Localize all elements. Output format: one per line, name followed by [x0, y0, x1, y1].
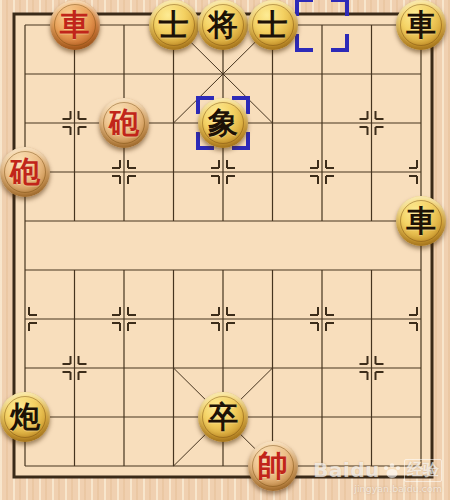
piece-black-elephant-e2[interactable]: 象: [198, 98, 248, 148]
bracket-corner-tr: [331, 0, 349, 16]
piece-red-king-f9[interactable]: 帥: [248, 441, 298, 491]
watermark-suffix: 经验: [404, 459, 442, 482]
baidu-watermark: Baidu 经验 jingyan.baidu.com: [313, 458, 442, 494]
watermark-row: Baidu 经验: [313, 458, 442, 482]
xiangqi-board[interactable]: 車士将士車砲象砲車炮卒帥: [0, 1, 446, 491]
xiangqi-app: 車士将士車砲象砲車炮卒帥 Baidu 经验 jingyan.baidu.com: [0, 0, 450, 500]
piece-black-advisor-d0[interactable]: 士: [149, 0, 199, 50]
bracket-corner-tl: [295, 0, 313, 16]
move-from-marker: [295, 0, 349, 52]
piece-red-rook-b0[interactable]: 車: [50, 0, 100, 50]
piece-black-pawn-e8[interactable]: 卒: [198, 392, 248, 442]
piece-black-rook-i4[interactable]: 車: [396, 196, 446, 246]
piece-black-general-e0[interactable]: 将: [198, 0, 248, 50]
piece-red-cannon-a3[interactable]: 砲: [0, 147, 50, 197]
bracket-corner-bl: [295, 34, 313, 52]
piece-red-cannon-c2[interactable]: 砲: [99, 98, 149, 148]
watermark-url: jingyan.baidu.com: [313, 483, 442, 494]
piece-black-cannon-a8[interactable]: 炮: [0, 392, 50, 442]
baidu-paw-icon: [382, 460, 402, 480]
watermark-brand: Baidu: [313, 458, 380, 482]
piece-black-advisor-f0[interactable]: 士: [248, 0, 298, 50]
piece-black-rook-i0[interactable]: 車: [396, 0, 446, 50]
bracket-corner-br: [331, 34, 349, 52]
